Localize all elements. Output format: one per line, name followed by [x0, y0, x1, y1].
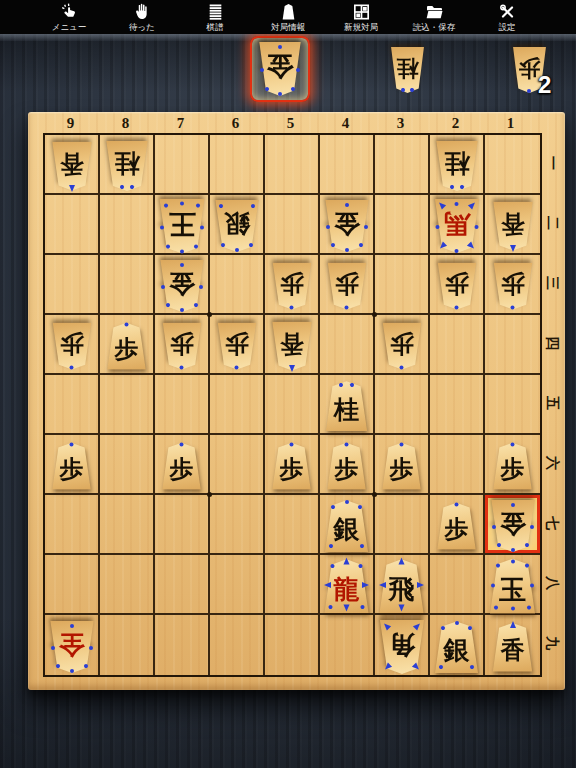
- square-13[interactable]: 歩: [485, 255, 540, 315]
- square-22[interactable]: 馬: [430, 195, 485, 255]
- square-55[interactable]: [265, 375, 320, 435]
- square-98[interactable]: [45, 555, 100, 615]
- square-44[interactable]: [320, 315, 375, 375]
- move-marker: [235, 366, 239, 370]
- piece-kanji: 歩: [271, 268, 312, 300]
- square-33[interactable]: [375, 255, 430, 315]
- piece-p-sente[interactable]: 歩: [326, 443, 367, 490]
- piece-p-gote[interactable]: 歩: [436, 263, 477, 310]
- piece-kanji: 玉: [489, 571, 537, 607]
- square-31[interactable]: [375, 135, 430, 195]
- game-info-button[interactable]: 対局情報: [256, 0, 320, 34]
- move-marker: [409, 87, 414, 92]
- settings-button[interactable]: 設定: [475, 0, 539, 34]
- move-marker: [511, 503, 515, 507]
- move-marker: [399, 558, 405, 565]
- move-marker: [344, 558, 350, 565]
- move-marker: [399, 605, 405, 612]
- piece-kanji: 歩: [271, 453, 312, 485]
- piece-kanji: 香: [51, 148, 93, 180]
- square-42[interactable]: 金: [320, 195, 375, 255]
- load-save-button-label: 読込・保存: [413, 22, 456, 32]
- piece-b-gote[interactable]: 角: [378, 620, 425, 674]
- move-marker: [530, 583, 534, 587]
- piece-kanji: 全: [49, 627, 95, 662]
- square-75[interactable]: [155, 375, 210, 435]
- square-51[interactable]: [265, 135, 320, 195]
- piece-promoted-s-gote[interactable]: 全: [49, 621, 95, 673]
- piece-p-gote[interactable]: 歩: [51, 323, 92, 370]
- square-78[interactable]: [155, 555, 210, 615]
- square-77[interactable]: [155, 495, 210, 555]
- square-86[interactable]: [100, 435, 155, 495]
- square-41[interactable]: [320, 135, 375, 195]
- move-marker: [180, 308, 184, 312]
- move-marker: [511, 306, 515, 310]
- move-marker: [180, 263, 184, 267]
- square-74[interactable]: 歩: [155, 315, 210, 375]
- square-68[interactable]: [210, 555, 265, 615]
- move-marker: [344, 605, 350, 612]
- square-34[interactable]: 歩: [375, 315, 430, 375]
- piece-l-gote[interactable]: 香: [271, 322, 313, 371]
- move-marker: [70, 624, 74, 628]
- file-label-5: 5: [263, 112, 318, 133]
- hand-piece-count: 2: [538, 71, 551, 99]
- square-45[interactable]: 桂: [320, 375, 375, 435]
- square-67[interactable]: [210, 495, 265, 555]
- piece-kanji: 香: [271, 328, 313, 360]
- square-39[interactable]: 角: [375, 615, 430, 675]
- piece-promoted-b-gote[interactable]: 馬: [433, 199, 480, 253]
- move-marker: [345, 306, 349, 310]
- square-17[interactable]: 金: [485, 495, 540, 555]
- move-marker: [511, 607, 515, 611]
- piece-p-gote[interactable]: 歩: [216, 323, 257, 370]
- piece-g-gote[interactable]: 金: [490, 500, 536, 552]
- move-marker: [345, 203, 349, 207]
- file-label-9: 9: [43, 112, 98, 133]
- app-screen: メニュー 待った 棋譜 対局情報: [0, 0, 576, 768]
- square-35[interactable]: [375, 375, 430, 435]
- move-marker: [180, 366, 184, 370]
- move-marker: [70, 669, 74, 673]
- square-49[interactable]: [320, 615, 375, 675]
- move-marker: [69, 185, 75, 192]
- piece-kanji: 金: [258, 48, 302, 84]
- piece-n-gote[interactable]: 桂: [435, 141, 479, 191]
- piece-p-sente[interactable]: 歩: [106, 323, 147, 370]
- piece-kanji: 桂: [325, 392, 369, 425]
- square-18[interactable]: 玉: [485, 555, 540, 615]
- move-marker: [278, 92, 282, 96]
- toolbar: メニュー 待った 棋譜 対局情報: [0, 0, 576, 34]
- square-95[interactable]: [45, 375, 100, 435]
- piece-kanji: 歩: [106, 333, 147, 365]
- piece-k-sente[interactable]: 玉: [489, 559, 537, 614]
- move-marker: [235, 248, 239, 252]
- square-53[interactable]: 歩: [265, 255, 320, 315]
- piece-kanji: 桂: [390, 53, 425, 83]
- square-82[interactable]: [100, 195, 155, 255]
- square-73[interactable]: 金: [155, 255, 210, 315]
- square-25[interactable]: [430, 375, 485, 435]
- matta-button[interactable]: 待った: [110, 0, 174, 34]
- square-62[interactable]: 銀: [210, 195, 265, 255]
- piece-p-gote[interactable]: 歩: [326, 263, 367, 310]
- piece-kanji: 歩: [326, 268, 367, 300]
- gote-hand-tray: 金桂歩2: [0, 36, 576, 108]
- square-94[interactable]: 歩: [45, 315, 100, 375]
- piece-kanji: 銀: [214, 206, 260, 241]
- square-15[interactable]: [485, 375, 540, 435]
- square-63[interactable]: [210, 255, 265, 315]
- square-71[interactable]: [155, 135, 210, 195]
- piece-p-sente[interactable]: 歩: [271, 443, 312, 490]
- move-marker: [467, 625, 473, 631]
- piece-kanji: 香: [492, 634, 534, 666]
- new-game-grid-icon: [351, 2, 372, 22]
- piece-kanji: 歩: [216, 328, 257, 360]
- load-save-button[interactable]: 読込・保存: [402, 0, 466, 34]
- matta-button-label: 待った: [129, 22, 155, 32]
- piece-s-gote[interactable]: 銀: [214, 200, 260, 252]
- square-28[interactable]: [430, 555, 485, 615]
- piece-p-sente[interactable]: 歩: [161, 443, 202, 490]
- move-marker: [289, 365, 295, 372]
- square-87[interactable]: [100, 495, 155, 555]
- move-marker: [511, 443, 515, 447]
- settings-button-label: 設定: [499, 22, 516, 32]
- square-65[interactable]: [210, 375, 265, 435]
- square-85[interactable]: [100, 375, 155, 435]
- square-37[interactable]: [375, 495, 430, 555]
- square-26[interactable]: [430, 435, 485, 495]
- square-11[interactable]: [485, 135, 540, 195]
- tools-icon: [497, 2, 518, 22]
- square-14[interactable]: [485, 315, 540, 375]
- piece-p-sente[interactable]: 歩: [436, 503, 477, 550]
- move-marker: [290, 443, 294, 447]
- piece-p-gote[interactable]: 歩: [161, 323, 202, 370]
- board-grid: 香桂桂王銀金馬香金歩歩歩歩歩歩歩歩香歩桂歩歩歩歩歩歩銀歩金龍飛玉全角銀香: [43, 133, 542, 677]
- move-marker: [362, 582, 369, 588]
- star-point: [372, 492, 377, 497]
- file-label-4: 4: [318, 112, 373, 133]
- square-76[interactable]: 歩: [155, 435, 210, 495]
- record-lines-icon: [205, 2, 226, 22]
- move-marker: [290, 86, 296, 92]
- square-29[interactable]: 銀: [430, 615, 485, 675]
- square-23[interactable]: 歩: [430, 255, 485, 315]
- piece-n-sente[interactable]: 桂: [325, 381, 369, 431]
- move-marker: [455, 249, 459, 253]
- move-marker: [400, 443, 404, 447]
- square-52[interactable]: [265, 195, 320, 255]
- kifu-button[interactable]: 棋譜: [183, 0, 247, 34]
- piece-kanji: 歩: [381, 453, 422, 485]
- file-label-1: 1: [483, 112, 538, 133]
- square-16[interactable]: 歩: [485, 435, 540, 495]
- square-46[interactable]: 歩: [320, 435, 375, 495]
- square-27[interactable]: 歩: [430, 495, 485, 555]
- menu-button-label: メニュー: [52, 22, 87, 32]
- rank-coordinates: 一二三四五六七八九: [538, 133, 565, 673]
- piece-kanji: 歩: [436, 513, 477, 545]
- piece-kanji: 飛: [378, 572, 425, 607]
- move-marker: [455, 503, 459, 507]
- piece-kanji: 馬: [433, 206, 480, 241]
- move-marker: [278, 45, 282, 49]
- piece-s-sente[interactable]: 銀: [324, 500, 370, 552]
- piece-l-gote[interactable]: 香: [51, 142, 93, 191]
- piece-g-gote[interactable]: 金: [324, 200, 370, 252]
- move-marker: [511, 548, 515, 552]
- square-66[interactable]: [210, 435, 265, 495]
- move-marker: [119, 185, 124, 190]
- star-point: [207, 492, 212, 497]
- file-label-6: 6: [208, 112, 263, 133]
- move-marker: [324, 582, 331, 588]
- piece-r-sente[interactable]: 飛: [378, 559, 425, 613]
- piece-p-gote[interactable]: 歩: [492, 263, 533, 310]
- piece-g-gote[interactable]: 金: [159, 260, 205, 312]
- file-label-2: 2: [428, 112, 483, 133]
- square-72[interactable]: 王: [155, 195, 210, 255]
- piece-kanji: 金: [159, 266, 205, 301]
- kifu-button-label: 棋譜: [207, 22, 224, 32]
- square-24[interactable]: [430, 315, 485, 375]
- move-marker: [180, 202, 184, 206]
- move-marker: [290, 306, 294, 310]
- move-marker: [345, 500, 349, 504]
- piece-kanji: 歩: [492, 268, 533, 300]
- piece-kanji: 金: [490, 506, 536, 541]
- file-label-7: 7: [153, 112, 208, 133]
- move-marker: [528, 89, 532, 93]
- square-36[interactable]: 歩: [375, 435, 430, 495]
- menu-button[interactable]: メニュー: [37, 0, 101, 34]
- square-32[interactable]: [375, 195, 430, 255]
- piece-s-sente[interactable]: 銀: [434, 621, 480, 673]
- piece-kanji: 歩: [161, 328, 202, 360]
- square-88[interactable]: [100, 555, 155, 615]
- move-marker: [455, 621, 459, 625]
- move-marker: [199, 225, 203, 229]
- star-point: [207, 312, 212, 317]
- move-marker: [379, 582, 386, 588]
- piece-kanji: 歩: [492, 453, 533, 485]
- square-38[interactable]: 飛: [375, 555, 430, 615]
- piece-kanji: 角: [378, 627, 425, 662]
- square-12[interactable]: 香: [485, 195, 540, 255]
- move-marker: [70, 366, 74, 370]
- hand-piece-g[interactable]: 金: [258, 42, 302, 96]
- raised-hand-icon: [132, 2, 153, 22]
- square-58[interactable]: [265, 555, 320, 615]
- click-hand-icon: [59, 2, 80, 22]
- square-84[interactable]: 歩: [100, 315, 155, 375]
- move-marker: [510, 245, 516, 252]
- piece-kanji: 歩: [326, 453, 367, 485]
- piece-p-gote[interactable]: 歩: [271, 263, 312, 310]
- file-label-3: 3: [373, 112, 428, 133]
- square-54[interactable]: 香: [265, 315, 320, 375]
- piece-p-sente[interactable]: 歩: [492, 443, 533, 490]
- square-83[interactable]: [100, 255, 155, 315]
- square-81[interactable]: 桂: [100, 135, 155, 195]
- square-48[interactable]: 龍: [320, 555, 375, 615]
- piece-kanji: 龍: [323, 572, 370, 607]
- piece-kanji: 銀: [434, 632, 480, 667]
- move-marker: [357, 504, 363, 510]
- move-marker: [345, 248, 349, 252]
- file-coordinates: 987654321: [43, 112, 538, 133]
- star-point: [372, 312, 377, 317]
- move-marker: [70, 443, 74, 447]
- piece-kanji: 歩: [51, 328, 92, 360]
- move-marker: [180, 443, 184, 447]
- piece-k-gote[interactable]: 王: [158, 199, 206, 254]
- move-marker: [511, 559, 515, 563]
- game-info-button-label: 対局情報: [271, 22, 305, 32]
- square-99[interactable]: 全: [45, 615, 100, 675]
- piece-kanji: 歩: [436, 268, 477, 300]
- move-marker: [125, 323, 129, 327]
- square-91[interactable]: 香: [45, 135, 100, 195]
- folder-icon: [424, 2, 445, 22]
- piece-kanji: 歩: [51, 453, 92, 485]
- square-64[interactable]: 歩: [210, 315, 265, 375]
- square-19[interactable]: 香: [485, 615, 540, 675]
- file-label-8: 8: [98, 112, 153, 133]
- piece-kanji: 金: [324, 206, 370, 241]
- new-game-button-label: 新規対局: [344, 22, 378, 32]
- piece-kanji: 歩: [381, 328, 422, 360]
- square-57[interactable]: [265, 495, 320, 555]
- hand-piece-n[interactable]: 桂: [390, 47, 425, 93]
- square-89[interactable]: [100, 615, 155, 675]
- square-56[interactable]: 歩: [265, 435, 320, 495]
- piece-kanji: 歩: [161, 453, 202, 485]
- square-96[interactable]: 歩: [45, 435, 100, 495]
- move-marker: [180, 250, 184, 254]
- piece-p-sente[interactable]: 歩: [381, 443, 422, 490]
- square-43[interactable]: 歩: [320, 255, 375, 315]
- piece-kanji: 銀: [324, 511, 370, 546]
- square-59[interactable]: [265, 615, 320, 675]
- square-93[interactable]: [45, 255, 100, 315]
- square-79[interactable]: [155, 615, 210, 675]
- new-game-button[interactable]: 新規対局: [329, 0, 393, 34]
- piece-kanji: 王: [158, 206, 206, 242]
- piece-kanji: 桂: [435, 147, 479, 180]
- square-92[interactable]: [45, 195, 100, 255]
- piece-l-sente[interactable]: 香: [492, 623, 534, 672]
- move-marker: [417, 582, 424, 588]
- square-47[interactable]: 銀: [320, 495, 375, 555]
- piece-p-gote[interactable]: 歩: [381, 323, 422, 370]
- move-marker: [491, 583, 495, 587]
- move-marker: [449, 185, 454, 190]
- piece-kanji: 桂: [105, 147, 149, 180]
- move-marker: [345, 443, 349, 447]
- piece-kanji: 香: [492, 208, 534, 240]
- move-marker: [455, 306, 459, 310]
- square-21[interactable]: 桂: [430, 135, 485, 195]
- move-marker: [160, 225, 164, 229]
- move-marker: [400, 366, 404, 370]
- square-61[interactable]: [210, 135, 265, 195]
- piece-promoted-r-sente[interactable]: 龍: [323, 559, 370, 613]
- shogi-board: 987654321 一二三四五六七八九 香桂桂王銀金馬香金歩歩歩歩歩歩歩歩香歩桂…: [28, 112, 565, 690]
- square-97[interactable]: [45, 495, 100, 555]
- piece-p-sente[interactable]: 歩: [51, 443, 92, 490]
- shogi-piece-icon: [278, 2, 299, 22]
- move-marker: [510, 621, 516, 628]
- piece-l-gote[interactable]: 香: [492, 202, 534, 251]
- piece-n-gote[interactable]: 桂: [105, 141, 149, 191]
- square-69[interactable]: [210, 615, 265, 675]
